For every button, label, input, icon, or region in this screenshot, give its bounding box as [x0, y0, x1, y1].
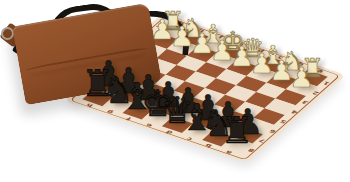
piece-black-rook-a8[interactable]: ♜	[221, 113, 254, 150]
bag-zipper-tip	[0, 22, 25, 47]
coord-label: 4	[290, 109, 299, 114]
piece-white-pawn-a2[interactable]: ♟	[289, 63, 314, 91]
pieces-layer: ♜♞♝♚♛♝♞♜♟♟♟♟♟♟♟♟♟♟♟♟♟♟♟♟♜♞♝♚♛♝♞♜	[0, 0, 350, 182]
bag-strap-end	[12, 43, 42, 67]
chess-set-product-photo: hhggffeeddccbbaa1122334455667788 ♜♞♝♚♛♝♞…	[0, 0, 350, 182]
coord-label: 6	[268, 128, 277, 133]
coord-label: 3	[301, 100, 310, 105]
zipper-pull-icon	[1, 27, 14, 40]
coord-label: 5	[279, 119, 288, 124]
bag-handle-back	[46, 0, 125, 50]
